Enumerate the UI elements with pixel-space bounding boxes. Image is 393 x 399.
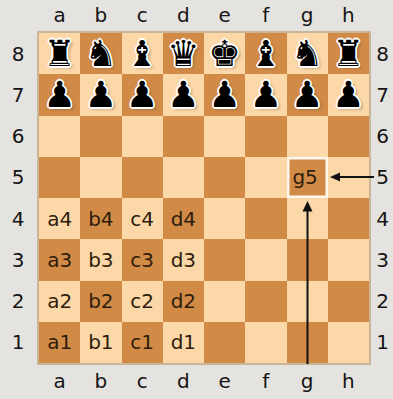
square-e6[interactable] xyxy=(204,116,245,157)
file-label-e-top: e xyxy=(218,3,230,27)
file-label-h-bottom: h xyxy=(342,369,355,393)
square-c3[interactable]: c3 xyxy=(122,239,163,280)
square-f4[interactable] xyxy=(245,198,286,239)
file-label-f-bottom: f xyxy=(262,369,269,393)
board: ♜♞♝♛♚♝♞♜♟♟♟♟♟♟♟♟g5a4b4c4d4a3b3c3d3a2b2c2… xyxy=(37,31,371,365)
rank-labels-right: 87654321 xyxy=(372,33,393,363)
square-h5[interactable] xyxy=(328,157,369,198)
piece-black-rook: ♜ xyxy=(43,36,75,72)
square-label-d3: d3 xyxy=(171,248,196,272)
piece-black-pawn: ♟ xyxy=(332,77,364,113)
file-labels-bottom: abcdefgh xyxy=(39,365,369,397)
square-e4[interactable] xyxy=(204,198,245,239)
square-h8[interactable]: ♜ xyxy=(328,33,369,74)
square-a3[interactable]: a3 xyxy=(39,239,80,280)
piece-black-king: ♚ xyxy=(208,36,240,72)
square-f6[interactable] xyxy=(245,116,286,157)
rank-label-2-right: 2 xyxy=(376,289,389,313)
square-a5[interactable] xyxy=(39,157,80,198)
square-g8[interactable]: ♞ xyxy=(287,33,328,74)
file-label-e-bottom: e xyxy=(218,369,230,393)
square-a1[interactable]: a1 xyxy=(39,322,80,363)
square-label-d1: d1 xyxy=(171,330,196,354)
square-b4[interactable]: b4 xyxy=(80,198,121,239)
file-label-c-bottom: c xyxy=(137,369,148,393)
square-f7[interactable]: ♟ xyxy=(245,74,286,115)
square-b8[interactable]: ♞ xyxy=(80,33,121,74)
piece-black-pawn: ♟ xyxy=(126,77,158,113)
square-label-a2: a2 xyxy=(47,289,72,313)
square-c1[interactable]: c1 xyxy=(122,322,163,363)
piece-black-queen: ♛ xyxy=(167,36,199,72)
square-b3[interactable]: b3 xyxy=(80,239,121,280)
square-c7[interactable]: ♟ xyxy=(122,74,163,115)
square-g3[interactable] xyxy=(287,239,328,280)
square-d8[interactable]: ♛ xyxy=(163,33,204,74)
file-label-b-top: b xyxy=(95,3,108,27)
square-h6[interactable] xyxy=(328,116,369,157)
square-b6[interactable] xyxy=(80,116,121,157)
square-label-g5: g5 xyxy=(292,165,321,189)
square-label-c1: c1 xyxy=(130,330,154,354)
square-h7[interactable]: ♟ xyxy=(328,74,369,115)
rank-label-5-left: 5 xyxy=(12,165,25,189)
square-label-c2: c2 xyxy=(130,289,154,313)
square-e5[interactable] xyxy=(204,157,245,198)
rank-label-3-left: 3 xyxy=(12,248,25,272)
file-label-b-bottom: b xyxy=(95,369,108,393)
square-g2[interactable] xyxy=(287,281,328,322)
file-label-a-bottom: a xyxy=(53,369,65,393)
piece-black-bishop: ♝ xyxy=(126,36,158,72)
square-f8[interactable]: ♝ xyxy=(245,33,286,74)
square-g4[interactable] xyxy=(287,198,328,239)
rank-label-6-left: 6 xyxy=(12,124,25,148)
square-a2[interactable]: a2 xyxy=(39,281,80,322)
piece-black-pawn: ♟ xyxy=(208,77,240,113)
square-label-c4: c4 xyxy=(130,207,154,231)
rank-label-7-left: 7 xyxy=(12,83,25,107)
square-b1[interactable]: b1 xyxy=(80,322,121,363)
file-label-g-bottom: g xyxy=(301,369,314,393)
piece-black-pawn: ♟ xyxy=(291,77,323,113)
square-e8[interactable]: ♚ xyxy=(204,33,245,74)
rank-label-2-left: 2 xyxy=(12,289,25,313)
square-c6[interactable] xyxy=(122,116,163,157)
file-label-d-bottom: d xyxy=(177,369,190,393)
rank-label-4-left: 4 xyxy=(12,207,25,231)
file-labels-top: abcdefgh xyxy=(39,0,369,29)
piece-black-pawn: ♟ xyxy=(43,77,75,113)
piece-black-bishop: ♝ xyxy=(250,36,282,72)
square-d2[interactable]: d2 xyxy=(163,281,204,322)
square-label-b3: b3 xyxy=(88,248,113,272)
square-label-b4: b4 xyxy=(88,207,113,231)
rank-label-1-right: 1 xyxy=(376,330,389,354)
square-a6[interactable] xyxy=(39,116,80,157)
square-d3[interactable]: d3 xyxy=(163,239,204,280)
file-label-f-top: f xyxy=(262,3,269,27)
square-h4[interactable] xyxy=(328,198,369,239)
square-label-b2: b2 xyxy=(88,289,113,313)
square-c4[interactable]: c4 xyxy=(122,198,163,239)
square-b5[interactable] xyxy=(80,157,121,198)
square-a8[interactable]: ♜ xyxy=(39,33,80,74)
file-label-g-top: g xyxy=(301,3,314,27)
square-d1[interactable]: d1 xyxy=(163,322,204,363)
piece-black-pawn: ♟ xyxy=(85,77,117,113)
square-d5[interactable] xyxy=(163,157,204,198)
piece-black-knight: ♞ xyxy=(85,36,117,72)
square-d7[interactable]: ♟ xyxy=(163,74,204,115)
square-d4[interactable]: d4 xyxy=(163,198,204,239)
square-h1[interactable] xyxy=(328,322,369,363)
rank-label-3-right: 3 xyxy=(376,248,389,272)
square-f1[interactable] xyxy=(245,322,286,363)
chess-notation-diagram: abcdefgh abcdefgh 87654321 87654321 ♜♞♝♛… xyxy=(0,0,393,399)
file-label-a-top: a xyxy=(53,3,65,27)
square-h3[interactable] xyxy=(328,239,369,280)
square-g1[interactable] xyxy=(287,322,328,363)
square-label-a3: a3 xyxy=(47,248,72,272)
square-e3[interactable] xyxy=(204,239,245,280)
piece-black-rook: ♜ xyxy=(332,36,364,72)
square-g5[interactable]: g5 xyxy=(287,157,328,198)
square-c8[interactable]: ♝ xyxy=(122,33,163,74)
square-d6[interactable] xyxy=(163,116,204,157)
file-label-d-top: d xyxy=(177,3,190,27)
rank-label-8-left: 8 xyxy=(12,42,25,66)
square-label-c3: c3 xyxy=(130,248,154,272)
square-g7[interactable]: ♟ xyxy=(287,74,328,115)
square-label-d2: d2 xyxy=(171,289,196,313)
rank-label-6-right: 6 xyxy=(376,124,389,148)
square-a4[interactable]: a4 xyxy=(39,198,80,239)
square-e2[interactable] xyxy=(204,281,245,322)
piece-black-knight: ♞ xyxy=(291,36,323,72)
square-c5[interactable] xyxy=(122,157,163,198)
square-e7[interactable]: ♟ xyxy=(204,74,245,115)
square-a7[interactable]: ♟ xyxy=(39,74,80,115)
rank-labels-left: 87654321 xyxy=(0,33,36,363)
square-g6[interactable] xyxy=(287,116,328,157)
rank-label-5-right: 5 xyxy=(376,165,389,189)
file-label-h-top: h xyxy=(342,3,355,27)
square-f2[interactable] xyxy=(245,281,286,322)
square-label-d4: d4 xyxy=(171,207,196,231)
square-h2[interactable] xyxy=(328,281,369,322)
rank-label-7-right: 7 xyxy=(376,83,389,107)
piece-black-pawn: ♟ xyxy=(167,77,199,113)
square-e1[interactable] xyxy=(204,322,245,363)
square-label-a1: a1 xyxy=(47,330,72,354)
rank-label-8-right: 8 xyxy=(376,42,389,66)
rank-label-1-left: 1 xyxy=(12,330,25,354)
square-f3[interactable] xyxy=(245,239,286,280)
square-c2[interactable]: c2 xyxy=(122,281,163,322)
rank-label-4-right: 4 xyxy=(376,207,389,231)
square-b7[interactable]: ♟ xyxy=(80,74,121,115)
square-f5[interactable] xyxy=(245,157,286,198)
piece-black-pawn: ♟ xyxy=(250,77,282,113)
square-label-a4: a4 xyxy=(47,207,72,231)
square-label-b1: b1 xyxy=(88,330,113,354)
file-label-c-top: c xyxy=(137,3,148,27)
square-b2[interactable]: b2 xyxy=(80,281,121,322)
